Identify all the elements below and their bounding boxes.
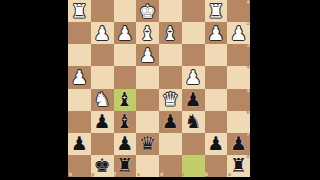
piece-black-pawn[interactable]: ♟ bbox=[162, 112, 179, 131]
square-b7[interactable]: ♟ bbox=[205, 133, 228, 155]
square-g2[interactable]: ♟ bbox=[91, 22, 114, 44]
square-f3[interactable] bbox=[114, 44, 137, 66]
square-f6[interactable]: ♝ bbox=[114, 111, 137, 133]
square-c5[interactable]: ♟ bbox=[182, 89, 205, 111]
piece-white-king[interactable]: ♚ bbox=[139, 1, 156, 20]
piece-black-king[interactable]: ♚ bbox=[94, 156, 111, 175]
piece-black-knight[interactable]: ♞ bbox=[185, 112, 202, 131]
piece-white-pawn[interactable]: ♟ bbox=[139, 45, 156, 64]
piece-black-queen[interactable]: ♛ bbox=[139, 134, 156, 153]
square-b1[interactable]: ♜ bbox=[205, 0, 228, 22]
piece-white-bishop[interactable]: ♝ bbox=[139, 23, 156, 42]
square-h4[interactable]: ♟ bbox=[68, 66, 91, 88]
square-d7[interactable] bbox=[159, 133, 182, 155]
piece-white-queen[interactable]: ♛ bbox=[162, 90, 179, 109]
piece-black-pawn[interactable]: ♟ bbox=[116, 134, 133, 153]
rank-label: 7 bbox=[247, 133, 250, 137]
chess-board[interactable]: ♜♚♜1♟♟♝♝♟♟2♟3♟♟4♞♝♛♟5♟♝♟♞6♟♟♛♟♟7h♚g♜fedc… bbox=[68, 0, 250, 177]
square-a1[interactable]: 1 bbox=[227, 0, 250, 22]
square-c1[interactable] bbox=[182, 0, 205, 22]
square-b4[interactable] bbox=[205, 66, 228, 88]
square-f1[interactable] bbox=[114, 0, 137, 22]
rank-label: 2 bbox=[247, 22, 250, 26]
piece-black-rook[interactable]: ♜ bbox=[116, 156, 133, 175]
rank-label: 8 bbox=[247, 155, 250, 159]
square-f2[interactable]: ♟ bbox=[114, 22, 137, 44]
square-f4[interactable] bbox=[114, 66, 137, 88]
game-screen: ♜♚♜1♟♟♝♝♟♟2♟3♟♟4♞♝♛♟5♟♝♟♞6♟♟♛♟♟7h♚g♜fedc… bbox=[0, 0, 320, 180]
square-e8[interactable]: e bbox=[136, 155, 159, 177]
square-g8[interactable]: ♚g bbox=[91, 155, 114, 177]
piece-white-pawn[interactable]: ♟ bbox=[71, 67, 88, 86]
square-e7[interactable]: ♛ bbox=[136, 133, 159, 155]
square-e6[interactable] bbox=[136, 111, 159, 133]
square-g1[interactable] bbox=[91, 0, 114, 22]
square-a3[interactable]: 3 bbox=[227, 44, 250, 66]
piece-white-rook[interactable]: ♜ bbox=[207, 1, 224, 20]
square-c4[interactable]: ♟ bbox=[182, 66, 205, 88]
rank-label: 6 bbox=[247, 111, 250, 115]
piece-black-pawn[interactable]: ♟ bbox=[207, 134, 224, 153]
file-label: e bbox=[137, 173, 140, 177]
square-h6[interactable] bbox=[68, 111, 91, 133]
square-f8[interactable]: ♜f bbox=[114, 155, 137, 177]
square-d4[interactable] bbox=[159, 66, 182, 88]
square-a8[interactable]: ♜8a bbox=[227, 155, 250, 177]
square-a2[interactable]: ♟2 bbox=[227, 22, 250, 44]
square-c3[interactable] bbox=[182, 44, 205, 66]
piece-white-pawn[interactable]: ♟ bbox=[207, 23, 224, 42]
rank-label: 5 bbox=[247, 89, 250, 93]
piece-black-bishop[interactable]: ♝ bbox=[116, 90, 133, 109]
piece-black-pawn[interactable]: ♟ bbox=[94, 112, 111, 131]
square-h5[interactable] bbox=[68, 89, 91, 111]
square-h7[interactable]: ♟ bbox=[68, 133, 91, 155]
square-e3[interactable]: ♟ bbox=[136, 44, 159, 66]
square-g6[interactable]: ♟ bbox=[91, 111, 114, 133]
square-e1[interactable]: ♚ bbox=[136, 0, 159, 22]
square-b6[interactable] bbox=[205, 111, 228, 133]
square-a5[interactable]: 5 bbox=[227, 89, 250, 111]
piece-black-pawn[interactable]: ♟ bbox=[230, 134, 247, 153]
square-b2[interactable]: ♟ bbox=[205, 22, 228, 44]
rank-label: 1 bbox=[247, 0, 250, 4]
square-e2[interactable]: ♝ bbox=[136, 22, 159, 44]
rank-label: 3 bbox=[247, 44, 250, 48]
piece-white-rook[interactable]: ♜ bbox=[71, 1, 88, 20]
square-g4[interactable] bbox=[91, 66, 114, 88]
square-h2[interactable] bbox=[68, 22, 91, 44]
square-g3[interactable] bbox=[91, 44, 114, 66]
piece-black-bishop[interactable]: ♝ bbox=[116, 112, 133, 131]
piece-black-rook[interactable]: ♜ bbox=[230, 156, 247, 175]
square-a6[interactable]: 6 bbox=[227, 111, 250, 133]
file-label: h bbox=[69, 173, 72, 177]
square-d5[interactable]: ♛ bbox=[159, 89, 182, 111]
square-d2[interactable]: ♝ bbox=[159, 22, 182, 44]
square-c6[interactable]: ♞ bbox=[182, 111, 205, 133]
square-b3[interactable] bbox=[205, 44, 228, 66]
file-label: b bbox=[205, 173, 208, 177]
square-d8[interactable]: d bbox=[159, 155, 182, 177]
square-b5[interactable] bbox=[205, 89, 228, 111]
piece-white-bishop[interactable]: ♝ bbox=[162, 23, 179, 42]
square-c2[interactable] bbox=[182, 22, 205, 44]
piece-white-pawn[interactable]: ♟ bbox=[116, 23, 133, 42]
square-d6[interactable]: ♟ bbox=[159, 111, 182, 133]
letterbox-left bbox=[0, 0, 68, 180]
square-a7[interactable]: ♟7 bbox=[227, 133, 250, 155]
letterbox-right bbox=[250, 0, 320, 180]
square-e5[interactable] bbox=[136, 89, 159, 111]
piece-white-knight[interactable]: ♞ bbox=[94, 90, 111, 109]
square-h1[interactable]: ♜ bbox=[68, 0, 91, 22]
piece-white-pawn[interactable]: ♟ bbox=[94, 23, 111, 42]
square-h8[interactable]: h bbox=[68, 155, 91, 177]
square-f5[interactable]: ♝ bbox=[114, 89, 137, 111]
square-d1[interactable] bbox=[159, 0, 182, 22]
file-label: d bbox=[160, 173, 163, 177]
file-label: c bbox=[182, 173, 185, 177]
square-h3[interactable] bbox=[68, 44, 91, 66]
piece-white-pawn[interactable]: ♟ bbox=[230, 23, 247, 42]
piece-black-pawn[interactable]: ♟ bbox=[185, 90, 202, 109]
square-c7[interactable] bbox=[182, 133, 205, 155]
square-g5[interactable]: ♞ bbox=[91, 89, 114, 111]
square-g7[interactable] bbox=[91, 133, 114, 155]
square-e4[interactable] bbox=[136, 66, 159, 88]
square-b8[interactable]: b bbox=[205, 155, 228, 177]
square-a4[interactable]: 4 bbox=[227, 66, 250, 88]
square-d3[interactable] bbox=[159, 44, 182, 66]
piece-black-pawn[interactable]: ♟ bbox=[71, 134, 88, 153]
rank-label: 4 bbox=[247, 66, 250, 70]
piece-white-pawn[interactable]: ♟ bbox=[185, 67, 202, 86]
square-f7[interactable]: ♟ bbox=[114, 133, 137, 155]
square-c8[interactable]: c bbox=[182, 155, 205, 177]
